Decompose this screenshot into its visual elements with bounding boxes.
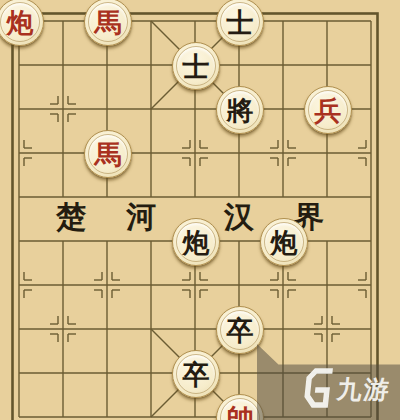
black-advisor[interactable]: 士: [172, 42, 220, 90]
black-soldier-glyph: 卒: [227, 317, 254, 344]
black-soldier[interactable]: 卒: [172, 350, 220, 398]
xiangqi-board: 楚河 汉界 炮馬士士將兵馬炮炮卒卒帥 九游: [0, 0, 400, 420]
black-advisor-glyph: 士: [227, 9, 254, 36]
red-soldier[interactable]: 兵: [304, 86, 352, 134]
black-general[interactable]: 將: [216, 86, 264, 134]
black-advisor[interactable]: 士: [216, 0, 264, 46]
black-cannon-glyph: 炮: [183, 229, 210, 256]
black-soldier[interactable]: 卒: [216, 306, 264, 354]
red-horse[interactable]: 馬: [84, 130, 132, 178]
black-cannon-glyph: 炮: [271, 229, 298, 256]
red-cannon-glyph: 炮: [7, 9, 34, 36]
black-cannon[interactable]: 炮: [172, 218, 220, 266]
black-general-glyph: 將: [227, 97, 254, 124]
black-soldier-glyph: 卒: [183, 361, 210, 388]
red-horse[interactable]: 馬: [84, 0, 132, 46]
watermark-text: 九游: [336, 377, 393, 402]
black-cannon[interactable]: 炮: [260, 218, 308, 266]
red-soldier-glyph: 兵: [315, 97, 342, 124]
red-horse-glyph: 馬: [95, 9, 122, 36]
red-general-glyph: 帥: [227, 405, 254, 420]
black-advisor-glyph: 士: [183, 53, 210, 80]
jiuyou-logo-icon: [301, 366, 336, 412]
red-horse-glyph: 馬: [95, 141, 122, 168]
